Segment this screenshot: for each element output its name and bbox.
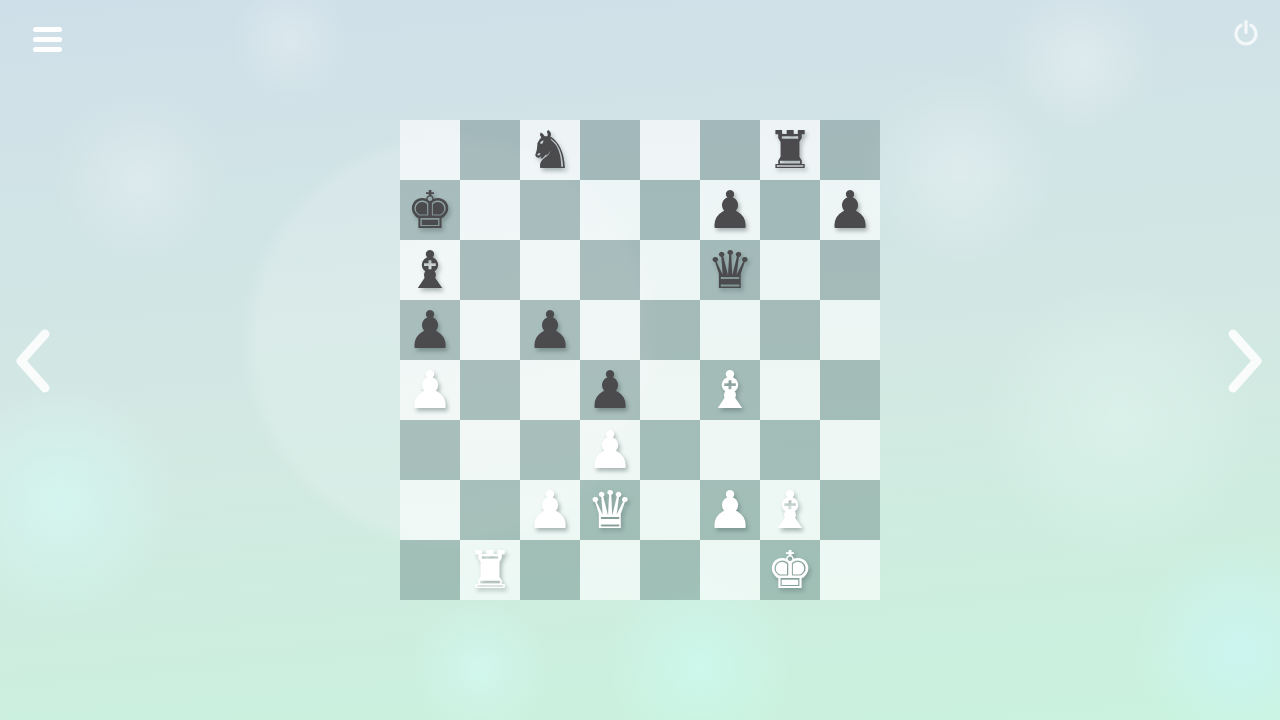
piece-white-pawn-c2[interactable]: ♟ [520, 480, 580, 540]
square-c4[interactable] [520, 360, 580, 420]
square-d2[interactable]: ♛ [580, 480, 640, 540]
square-e6[interactable] [640, 240, 700, 300]
piece-black-pawn-a5[interactable]: ♟ [400, 300, 460, 360]
square-c2[interactable]: ♟ [520, 480, 580, 540]
piece-white-bishop-g2[interactable]: ♝ [760, 480, 820, 540]
square-d1[interactable] [580, 540, 640, 600]
piece-white-pawn-a4[interactable]: ♟ [400, 360, 460, 420]
square-a4[interactable]: ♟ [400, 360, 460, 420]
square-b8[interactable] [460, 120, 520, 180]
square-e4[interactable] [640, 360, 700, 420]
piece-black-pawn-c5[interactable]: ♟ [520, 300, 580, 360]
chevron-right-icon [1227, 328, 1265, 394]
square-c7[interactable] [520, 180, 580, 240]
square-g3[interactable] [760, 420, 820, 480]
square-d5[interactable] [580, 300, 640, 360]
square-b6[interactable] [460, 240, 520, 300]
square-h5[interactable] [820, 300, 880, 360]
piece-white-king-g1[interactable]: ♚ [760, 540, 820, 600]
square-f2[interactable]: ♟ [700, 480, 760, 540]
next-button[interactable] [1227, 328, 1265, 394]
square-f3[interactable] [700, 420, 760, 480]
square-d8[interactable] [580, 120, 640, 180]
square-g2[interactable]: ♝ [760, 480, 820, 540]
square-b2[interactable] [460, 480, 520, 540]
piece-black-pawn-f7[interactable]: ♟ [700, 180, 760, 240]
piece-white-pawn-f2[interactable]: ♟ [700, 480, 760, 540]
square-b4[interactable] [460, 360, 520, 420]
square-a8[interactable] [400, 120, 460, 180]
square-g4[interactable] [760, 360, 820, 420]
square-h2[interactable] [820, 480, 880, 540]
square-f8[interactable] [700, 120, 760, 180]
square-d4[interactable]: ♟ [580, 360, 640, 420]
square-b1[interactable]: ♜ [460, 540, 520, 600]
piece-black-rook-g8[interactable]: ♜ [760, 120, 820, 180]
square-c8[interactable]: ♞ [520, 120, 580, 180]
square-g1[interactable]: ♚ [760, 540, 820, 600]
square-f1[interactable] [700, 540, 760, 600]
square-a6[interactable]: ♝ [400, 240, 460, 300]
piece-black-queen-f6[interactable]: ♛ [700, 240, 760, 300]
square-a2[interactable] [400, 480, 460, 540]
square-c6[interactable] [520, 240, 580, 300]
square-g5[interactable] [760, 300, 820, 360]
piece-white-bishop-f4[interactable]: ♝ [700, 360, 760, 420]
square-b7[interactable] [460, 180, 520, 240]
square-f5[interactable] [700, 300, 760, 360]
square-a3[interactable] [400, 420, 460, 480]
square-e1[interactable] [640, 540, 700, 600]
square-a1[interactable] [400, 540, 460, 600]
square-c5[interactable]: ♟ [520, 300, 580, 360]
piece-white-pawn-d3[interactable]: ♟ [580, 420, 640, 480]
square-g6[interactable] [760, 240, 820, 300]
chess-board: ♞♜♚♟♟♝♛♟♟♟♟♝♟♟♛♟♝♜♚ [400, 120, 880, 600]
square-e5[interactable] [640, 300, 700, 360]
square-e3[interactable] [640, 420, 700, 480]
square-h3[interactable] [820, 420, 880, 480]
square-h6[interactable] [820, 240, 880, 300]
chevron-left-icon [13, 328, 51, 394]
square-e7[interactable] [640, 180, 700, 240]
square-b3[interactable] [460, 420, 520, 480]
square-f4[interactable]: ♝ [700, 360, 760, 420]
piece-black-king-a7[interactable]: ♚ [400, 180, 460, 240]
square-h7[interactable]: ♟ [820, 180, 880, 240]
square-c3[interactable] [520, 420, 580, 480]
square-g8[interactable]: ♜ [760, 120, 820, 180]
menu-button[interactable] [33, 27, 62, 52]
square-h8[interactable] [820, 120, 880, 180]
square-h4[interactable] [820, 360, 880, 420]
power-button[interactable] [1231, 18, 1261, 48]
square-f7[interactable]: ♟ [700, 180, 760, 240]
square-g7[interactable] [760, 180, 820, 240]
square-d3[interactable]: ♟ [580, 420, 640, 480]
piece-white-rook-b1[interactable]: ♜ [460, 540, 520, 600]
square-c1[interactable] [520, 540, 580, 600]
piece-black-pawn-d4[interactable]: ♟ [580, 360, 640, 420]
square-b5[interactable] [460, 300, 520, 360]
piece-black-bishop-a6[interactable]: ♝ [400, 240, 460, 300]
piece-black-knight-c8[interactable]: ♞ [520, 120, 580, 180]
power-icon [1231, 18, 1261, 48]
square-a7[interactable]: ♚ [400, 180, 460, 240]
app-background: ♞♜♚♟♟♝♛♟♟♟♟♝♟♟♛♟♝♜♚ [0, 0, 1280, 720]
square-a5[interactable]: ♟ [400, 300, 460, 360]
square-f6[interactable]: ♛ [700, 240, 760, 300]
square-h1[interactable] [820, 540, 880, 600]
piece-white-queen-d2[interactable]: ♛ [580, 480, 640, 540]
square-e2[interactable] [640, 480, 700, 540]
square-d6[interactable] [580, 240, 640, 300]
square-d7[interactable] [580, 180, 640, 240]
square-e8[interactable] [640, 120, 700, 180]
piece-black-pawn-h7[interactable]: ♟ [820, 180, 880, 240]
prev-button[interactable] [13, 328, 51, 394]
